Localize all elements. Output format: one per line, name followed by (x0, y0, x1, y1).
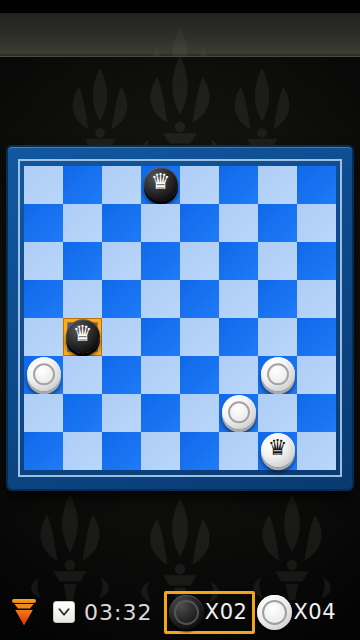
board-cell[interactable] (63, 356, 102, 394)
board-cell[interactable] (141, 356, 180, 394)
white-man-piece[interactable] (222, 395, 256, 429)
board-cell[interactable] (180, 166, 219, 204)
board-cell[interactable] (297, 166, 336, 204)
board-cell[interactable] (258, 166, 297, 204)
crown-icon: ♛ (261, 431, 295, 465)
funnel-down-icon[interactable] (12, 599, 36, 626)
board-cell[interactable] (219, 318, 258, 356)
board-cell[interactable] (258, 318, 297, 356)
board-cell[interactable] (219, 432, 258, 470)
board-cell[interactable] (141, 394, 180, 432)
board-cell[interactable] (297, 318, 336, 356)
crown-icon: ♛ (66, 317, 100, 351)
board-grid: ♛♛♛ (24, 166, 336, 470)
board-cell[interactable] (63, 394, 102, 432)
board-cell[interactable] (297, 394, 336, 432)
board-cell[interactable] (297, 356, 336, 394)
board-cell[interactable] (219, 394, 258, 432)
crown-icon: ♛ (144, 165, 178, 199)
header-band (0, 13, 360, 57)
chevron-down-icon[interactable] (53, 601, 75, 623)
board-cell[interactable] (141, 432, 180, 470)
white-pieces-counter: X04 (257, 595, 336, 630)
board-cell[interactable] (258, 242, 297, 280)
board-cell[interactable] (24, 204, 63, 242)
board-cell[interactable] (297, 204, 336, 242)
white-count-label: X04 (293, 600, 336, 624)
funnel-bar (14, 604, 34, 609)
board-cell[interactable]: ♛ (258, 432, 297, 470)
status-strip (0, 0, 360, 13)
board-cell[interactable] (219, 280, 258, 318)
funnel-bar (12, 599, 36, 603)
board-cell[interactable] (102, 242, 141, 280)
black-piece-icon (169, 595, 204, 630)
bottom-bar: 03:32 X02 X04 (0, 584, 360, 640)
board-cell[interactable] (102, 166, 141, 204)
black-count-label: X02 (205, 600, 248, 624)
board-cell[interactable] (219, 204, 258, 242)
board-cell[interactable] (63, 204, 102, 242)
board-cell[interactable] (141, 204, 180, 242)
board-cell[interactable] (219, 242, 258, 280)
board-cell[interactable] (141, 242, 180, 280)
board-cell[interactable] (102, 318, 141, 356)
board-cell[interactable]: ♛ (141, 166, 180, 204)
piece-ring (228, 401, 250, 423)
board-cell[interactable] (258, 394, 297, 432)
board-cell[interactable] (219, 356, 258, 394)
board-cell[interactable] (180, 280, 219, 318)
board-cell[interactable] (24, 280, 63, 318)
board-cell[interactable] (258, 280, 297, 318)
board-cell[interactable] (180, 242, 219, 280)
board-cell[interactable] (63, 242, 102, 280)
black-pieces-counter: X02 (164, 591, 256, 634)
board-cell[interactable] (258, 204, 297, 242)
board-cell[interactable] (258, 356, 297, 394)
board-cell[interactable] (63, 280, 102, 318)
board-cell[interactable] (180, 356, 219, 394)
damask-motif (128, 21, 232, 57)
board-cell[interactable] (297, 280, 336, 318)
board-cell[interactable] (102, 280, 141, 318)
white-king-piece[interactable]: ♛ (261, 433, 295, 467)
board-cell[interactable] (24, 356, 63, 394)
checkers-board: ♛♛♛ (8, 147, 352, 489)
board-cell[interactable]: ♛ (63, 318, 102, 356)
board-cell[interactable] (141, 280, 180, 318)
piece-ring (33, 363, 55, 385)
board-cell[interactable] (24, 166, 63, 204)
board-cell[interactable] (102, 432, 141, 470)
board-cell[interactable] (180, 204, 219, 242)
board-cell[interactable] (180, 318, 219, 356)
board-cell[interactable] (63, 166, 102, 204)
board-cell[interactable] (180, 432, 219, 470)
black-king-piece[interactable]: ♛ (144, 167, 178, 201)
board-cell[interactable] (102, 356, 141, 394)
board-cell[interactable] (24, 242, 63, 280)
board-cell[interactable] (24, 432, 63, 470)
funnel-triangle (15, 610, 33, 626)
board-cell[interactable] (24, 394, 63, 432)
game-timer: 03:32 (84, 600, 152, 625)
black-king-piece[interactable]: ♛ (66, 319, 100, 353)
piece-ring (267, 363, 289, 385)
white-man-piece[interactable] (27, 357, 61, 391)
board-cell[interactable] (102, 204, 141, 242)
board-cell[interactable] (141, 318, 180, 356)
white-piece-icon (257, 595, 292, 630)
board-cell[interactable] (297, 432, 336, 470)
white-man-piece[interactable] (261, 357, 295, 391)
board-cell[interactable] (63, 432, 102, 470)
board-cell[interactable] (219, 166, 258, 204)
board-cell[interactable] (180, 394, 219, 432)
board-cell[interactable] (24, 318, 63, 356)
board-cell[interactable] (297, 242, 336, 280)
board-cell[interactable] (102, 394, 141, 432)
